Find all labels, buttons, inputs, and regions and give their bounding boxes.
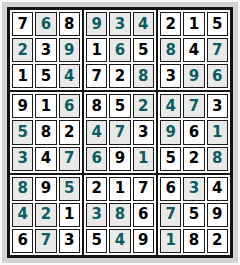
cell-r5c6[interactable]: 3 (133, 120, 154, 144)
cell-r4c6[interactable]: 2 (133, 94, 154, 118)
cell-r6c5[interactable]: 9 (109, 147, 130, 171)
cell-r1c1[interactable]: 7 (12, 12, 33, 36)
cell-r5c7[interactable]: 9 (160, 120, 181, 144)
cell-r2c5[interactable]: 6 (109, 38, 130, 62)
cell-r7c3[interactable]: 5 (59, 177, 80, 201)
cell-r3c3[interactable]: 4 (59, 64, 80, 88)
cell-r1c6[interactable]: 4 (133, 12, 154, 36)
cell-r6c9[interactable]: 8 (207, 147, 228, 171)
cell-r9c3[interactable]: 3 (59, 229, 80, 253)
cell-r4c4[interactable]: 8 (86, 94, 107, 118)
cell-r9c5[interactable]: 4 (109, 229, 130, 253)
cell-r4c8[interactable]: 7 (183, 94, 204, 118)
cell-r8c8[interactable]: 5 (183, 203, 204, 227)
cell-r1c7[interactable]: 2 (160, 12, 181, 36)
cell-r6c3[interactable]: 7 (59, 147, 80, 171)
cell-r3c8[interactable]: 9 (183, 64, 204, 88)
cell-r2c2[interactable]: 3 (35, 38, 56, 62)
cell-r3c1[interactable]: 1 (12, 64, 33, 88)
cell-r4c9[interactable]: 3 (207, 94, 228, 118)
cell-r4c7[interactable]: 4 (160, 94, 181, 118)
cell-r3c4[interactable]: 7 (86, 64, 107, 88)
cell-r3c2[interactable]: 5 (35, 64, 56, 88)
cell-r2c4[interactable]: 1 (86, 38, 107, 62)
box-1-1: 768239154 (10, 10, 82, 90)
cell-r2c3[interactable]: 9 (59, 38, 80, 62)
cell-r8c6[interactable]: 6 (133, 203, 154, 227)
cell-r7c4[interactable]: 2 (86, 177, 107, 201)
cell-r7c8[interactable]: 3 (183, 177, 204, 201)
cell-r6c2[interactable]: 4 (35, 147, 56, 171)
cell-r4c1[interactable]: 9 (12, 94, 33, 118)
cell-r7c1[interactable]: 8 (12, 177, 33, 201)
cell-r2c8[interactable]: 4 (183, 38, 204, 62)
cell-r9c6[interactable]: 9 (133, 229, 154, 253)
box-3-1: 895421673 (10, 175, 82, 255)
cell-r2c9[interactable]: 7 (207, 38, 228, 62)
cell-r6c6[interactable]: 1 (133, 147, 154, 171)
box-3-3: 634759182 (158, 175, 230, 255)
box-1-2: 934165728 (84, 10, 156, 90)
cell-r8c9[interactable]: 9 (207, 203, 228, 227)
cell-r5c3[interactable]: 2 (59, 120, 80, 144)
cell-r1c3[interactable]: 8 (59, 12, 80, 36)
cell-r8c7[interactable]: 7 (160, 203, 181, 227)
cell-r6c4[interactable]: 6 (86, 147, 107, 171)
cell-r7c9[interactable]: 4 (207, 177, 228, 201)
cell-r3c9[interactable]: 6 (207, 64, 228, 88)
cell-r1c2[interactable]: 6 (35, 12, 56, 36)
cell-r9c9[interactable]: 2 (207, 229, 228, 253)
cell-r8c3[interactable]: 1 (59, 203, 80, 227)
cell-r5c5[interactable]: 7 (109, 120, 130, 144)
cell-r9c2[interactable]: 7 (35, 229, 56, 253)
cell-r4c5[interactable]: 5 (109, 94, 130, 118)
cell-r1c4[interactable]: 9 (86, 12, 107, 36)
cell-r4c3[interactable]: 6 (59, 94, 80, 118)
cell-r8c1[interactable]: 4 (12, 203, 33, 227)
cell-r7c7[interactable]: 6 (160, 177, 181, 201)
cell-r8c4[interactable]: 3 (86, 203, 107, 227)
box-1-3: 215847396 (158, 10, 230, 90)
cell-r8c2[interactable]: 2 (35, 203, 56, 227)
cell-r9c7[interactable]: 1 (160, 229, 181, 253)
cell-r4c2[interactable]: 1 (35, 94, 56, 118)
cell-r7c2[interactable]: 9 (35, 177, 56, 201)
cell-r6c7[interactable]: 5 (160, 147, 181, 171)
cell-r5c2[interactable]: 8 (35, 120, 56, 144)
box-2-2: 852473691 (84, 92, 156, 172)
cell-r9c8[interactable]: 8 (183, 229, 204, 253)
cell-r1c5[interactable]: 3 (109, 12, 130, 36)
cell-r6c1[interactable]: 3 (12, 147, 33, 171)
cell-r5c8[interactable]: 6 (183, 120, 204, 144)
cell-r5c4[interactable]: 4 (86, 120, 107, 144)
box-3-2: 217386549 (84, 175, 156, 255)
cell-r1c8[interactable]: 1 (183, 12, 204, 36)
box-2-3: 473961528 (158, 92, 230, 172)
cell-r9c1[interactable]: 6 (12, 229, 33, 253)
cell-r2c1[interactable]: 2 (12, 38, 33, 62)
window-frame: 7682391549341657282158473969165823478524… (0, 0, 240, 265)
cell-r9c4[interactable]: 5 (86, 229, 107, 253)
cell-r6c8[interactable]: 2 (183, 147, 204, 171)
box-2-1: 916582347 (10, 92, 82, 172)
cell-r7c6[interactable]: 7 (133, 177, 154, 201)
cell-r2c6[interactable]: 5 (133, 38, 154, 62)
cell-r3c5[interactable]: 2 (109, 64, 130, 88)
cell-r2c7[interactable]: 8 (160, 38, 181, 62)
cell-r5c9[interactable]: 1 (207, 120, 228, 144)
cell-r3c6[interactable]: 8 (133, 64, 154, 88)
sudoku-board: 7682391549341657282158473969165823478524… (7, 7, 233, 258)
cell-r1c9[interactable]: 5 (207, 12, 228, 36)
cell-r7c5[interactable]: 1 (109, 177, 130, 201)
cell-r5c1[interactable]: 5 (12, 120, 33, 144)
cell-r3c7[interactable]: 3 (160, 64, 181, 88)
cell-r8c5[interactable]: 8 (109, 203, 130, 227)
